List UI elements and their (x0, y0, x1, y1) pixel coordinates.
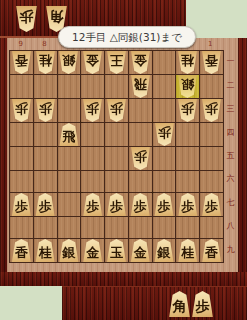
square-43[interactable] (129, 99, 152, 122)
piece-kanji: 歩 (39, 200, 52, 213)
square-42[interactable]: 飛 (129, 75, 152, 98)
rank-label-2: 二 (224, 73, 237, 96)
square-76[interactable] (58, 171, 81, 192)
shogi-board: 987654321 香桂銀金王金桂香飛銀歩歩歩歩歩歩飛歩歩歩歩歩歩歩歩歩歩香桂銀… (7, 38, 238, 272)
piece-kanji: 王 (110, 55, 123, 68)
rank-label-5: 五 (224, 144, 237, 167)
square-62[interactable] (81, 75, 104, 98)
piece-歩-sente: 歩 (154, 193, 175, 216)
piece-歩-gote: 歩 (82, 99, 103, 122)
piece-kanji: 歩 (86, 103, 99, 116)
square-85[interactable] (34, 147, 57, 170)
piece-kanji: 桂 (181, 246, 194, 259)
square-11[interactable]: 香 (200, 51, 223, 74)
square-14[interactable] (200, 123, 223, 146)
square-49[interactable]: 金 (129, 239, 152, 262)
piece-kanji: 歩 (110, 200, 123, 213)
piece-銀-sente: 銀 (154, 239, 175, 262)
piece-kanji: 香 (15, 55, 28, 68)
square-63[interactable]: 歩 (81, 99, 104, 122)
board-grid: 香桂銀金王金桂香飛銀歩歩歩歩歩歩飛歩歩歩歩歩歩歩歩歩歩香桂銀金玉金銀桂香 (9, 50, 224, 263)
square-41[interactable]: 金 (129, 51, 152, 74)
square-57[interactable]: 歩 (105, 193, 128, 216)
piece-kanji: 飛 (134, 79, 147, 92)
square-46[interactable] (129, 171, 152, 192)
piece-歩-sente: 歩 (177, 193, 198, 216)
sente-hand-tray: 角歩 (62, 286, 247, 320)
rank-label-7: 七 (224, 191, 237, 214)
square-58[interactable] (105, 217, 128, 238)
piece-kanji: 金 (134, 246, 147, 259)
piece-kanji: 銀 (62, 55, 75, 68)
rank-labels: 一二三四五六七八九 (224, 50, 237, 261)
square-71[interactable]: 銀 (58, 51, 81, 74)
board-edge-left (0, 38, 7, 272)
square-77[interactable] (58, 193, 81, 216)
square-97[interactable]: 歩 (10, 193, 33, 216)
hand-piece-歩[interactable]: 歩 (191, 291, 214, 317)
piece-香-gote: 香 (11, 51, 32, 74)
piece-桂-gote: 桂 (177, 51, 198, 74)
piece-歩-gote: 歩 (130, 147, 151, 170)
piece-kanji: 歩 (110, 103, 123, 116)
square-68[interactable] (81, 217, 104, 238)
square-98[interactable] (10, 217, 33, 238)
square-19[interactable]: 香 (200, 239, 223, 262)
piece-金-gote: 金 (82, 51, 103, 74)
square-81[interactable]: 桂 (34, 51, 57, 74)
rank-label-9: 九 (224, 238, 237, 261)
square-12[interactable] (200, 75, 223, 98)
square-64[interactable] (81, 123, 104, 146)
piece-kanji: 歩 (196, 299, 210, 313)
piece-kanji: 歩 (181, 200, 194, 213)
square-95[interactable] (10, 147, 33, 170)
square-82[interactable] (34, 75, 57, 98)
board-edge-right (238, 38, 247, 272)
square-16[interactable] (200, 171, 223, 192)
piece-銀-gote: 銀 (58, 51, 79, 74)
piece-kanji: 桂 (39, 55, 52, 68)
piece-金-gote: 金 (130, 51, 151, 74)
square-73[interactable] (58, 99, 81, 122)
piece-歩-sente: 歩 (82, 193, 103, 216)
piece-kanji: 桂 (181, 55, 194, 68)
piece-飛-gote: 飛 (130, 75, 151, 98)
hand-piece-角[interactable]: 角 (168, 291, 191, 317)
square-84[interactable] (34, 123, 57, 146)
piece-kanji: 歩 (158, 200, 171, 213)
square-22[interactable]: 銀 (176, 75, 199, 98)
file-label-1: 1 (198, 39, 222, 49)
piece-kanji: 歩 (205, 103, 218, 116)
piece-歩-gote: 歩 (177, 99, 198, 122)
square-67[interactable]: 歩 (81, 193, 104, 216)
piece-歩-sente: 歩 (201, 193, 222, 216)
piece-金-sente: 金 (130, 239, 151, 262)
square-88[interactable] (34, 217, 57, 238)
square-65[interactable] (81, 147, 104, 170)
square-18[interactable] (200, 217, 223, 238)
move-status-bubble: 12手目 △同銀(31)まで (58, 26, 196, 48)
piece-kanji: 玉 (110, 246, 123, 259)
piece-香-sente: 香 (11, 239, 32, 262)
square-39[interactable]: 銀 (153, 239, 176, 262)
piece-kanji: 歩 (15, 200, 28, 213)
piece-kanji: 金 (86, 246, 99, 259)
piece-kanji: 銀 (62, 246, 75, 259)
piece-kanji: 香 (205, 246, 218, 259)
piece-銀-gote: 銀 (177, 75, 198, 98)
square-78[interactable] (58, 217, 81, 238)
square-33[interactable] (153, 99, 176, 122)
file-label-9: 9 (9, 39, 33, 49)
piece-kanji: 銀 (181, 79, 194, 92)
square-24[interactable] (176, 123, 199, 146)
square-21[interactable]: 桂 (176, 51, 199, 74)
piece-歩-sente: 歩 (130, 193, 151, 216)
piece-kanji: 角 (50, 11, 64, 25)
square-15[interactable] (200, 147, 223, 170)
piece-kanji: 歩 (86, 200, 99, 213)
square-38[interactable] (153, 217, 176, 238)
square-34[interactable]: 歩 (153, 123, 176, 146)
piece-香-gote: 香 (201, 51, 222, 74)
piece-銀-sente: 銀 (58, 239, 79, 262)
square-87[interactable]: 歩 (34, 193, 57, 216)
square-59[interactable]: 玉 (105, 239, 128, 262)
square-89[interactable]: 桂 (34, 239, 57, 262)
file-label-8: 8 (33, 39, 57, 49)
square-66[interactable] (81, 171, 104, 192)
piece-kanji: 歩 (181, 103, 194, 116)
square-54[interactable] (105, 123, 128, 146)
piece-kanji: 銀 (158, 246, 171, 259)
piece-kanji: 歩 (39, 103, 52, 116)
piece-kanji: 金 (86, 55, 99, 68)
piece-王-gote: 王 (106, 51, 127, 74)
piece-桂-sente: 桂 (35, 239, 56, 262)
square-26[interactable] (176, 171, 199, 192)
square-48[interactable] (129, 217, 152, 238)
square-52[interactable] (105, 75, 128, 98)
piece-kanji: 歩 (134, 151, 147, 164)
square-28[interactable] (176, 217, 199, 238)
rank-label-4: 四 (224, 120, 237, 143)
piece-kanji: 金 (134, 55, 147, 68)
rank-label-1: 一 (224, 50, 237, 73)
square-55[interactable] (105, 147, 128, 170)
piece-玉-sente: 玉 (106, 239, 127, 262)
square-32[interactable] (153, 75, 176, 98)
piece-kanji: 歩 (15, 103, 28, 116)
square-91[interactable]: 香 (10, 51, 33, 74)
square-36[interactable] (153, 171, 176, 192)
piece-kanji: 角 (173, 299, 187, 313)
rank-label-3: 三 (224, 97, 237, 120)
square-93[interactable]: 歩 (10, 99, 33, 122)
piece-歩-sente: 歩 (11, 193, 32, 216)
piece-歩-sente: 歩 (35, 193, 56, 216)
square-83[interactable]: 歩 (34, 99, 57, 122)
square-75[interactable] (58, 147, 81, 170)
piece-kanji: 飛 (62, 130, 75, 143)
square-31[interactable] (153, 51, 176, 74)
piece-金-sente: 金 (82, 239, 103, 262)
piece-歩-gote: 歩 (35, 99, 56, 122)
square-27[interactable]: 歩 (176, 193, 199, 216)
square-72[interactable] (58, 75, 81, 98)
square-56[interactable] (105, 171, 128, 192)
piece-飛-sente: 飛 (58, 123, 79, 146)
piece-歩-gote: 歩 (106, 99, 127, 122)
board-edge-bottom (0, 272, 247, 286)
square-51[interactable]: 王 (105, 51, 128, 74)
piece-kanji: 香 (205, 55, 218, 68)
square-29[interactable]: 桂 (176, 239, 199, 262)
square-44[interactable] (129, 123, 152, 146)
square-25[interactable] (176, 147, 199, 170)
piece-kanji: 桂 (39, 246, 52, 259)
square-69[interactable]: 金 (81, 239, 104, 262)
square-35[interactable] (153, 147, 176, 170)
piece-歩-gote: 歩 (201, 99, 222, 122)
square-86[interactable] (34, 171, 57, 192)
hand-piece-歩[interactable]: 歩 (15, 6, 38, 32)
piece-歩-sente: 歩 (106, 193, 127, 216)
piece-kanji: 歩 (158, 127, 171, 140)
square-99[interactable]: 香 (10, 239, 33, 262)
square-45[interactable]: 歩 (129, 147, 152, 170)
square-94[interactable] (10, 123, 33, 146)
piece-kanji: 歩 (205, 200, 218, 213)
square-53[interactable]: 歩 (105, 99, 128, 122)
square-74[interactable]: 飛 (58, 123, 81, 146)
piece-kanji: 歩 (134, 200, 147, 213)
square-13[interactable]: 歩 (200, 99, 223, 122)
square-79[interactable]: 銀 (58, 239, 81, 262)
square-37[interactable]: 歩 (153, 193, 176, 216)
square-23[interactable]: 歩 (176, 99, 199, 122)
piece-桂-sente: 桂 (177, 239, 198, 262)
square-92[interactable] (10, 75, 33, 98)
piece-歩-gote: 歩 (154, 123, 175, 146)
piece-桂-gote: 桂 (35, 51, 56, 74)
piece-香-sente: 香 (201, 239, 222, 262)
piece-kanji: 歩 (20, 11, 34, 25)
rank-label-8: 八 (224, 214, 237, 237)
rank-label-6: 六 (224, 167, 237, 190)
piece-kanji: 香 (15, 246, 28, 259)
square-96[interactable] (10, 171, 33, 192)
square-17[interactable]: 歩 (200, 193, 223, 216)
piece-歩-gote: 歩 (11, 99, 32, 122)
shogi-app: 歩角 987654321 香桂銀金王金桂香飛銀歩歩歩歩歩歩飛歩歩歩歩歩歩歩歩歩歩… (0, 0, 247, 320)
square-47[interactable]: 歩 (129, 193, 152, 216)
square-61[interactable]: 金 (81, 51, 104, 74)
